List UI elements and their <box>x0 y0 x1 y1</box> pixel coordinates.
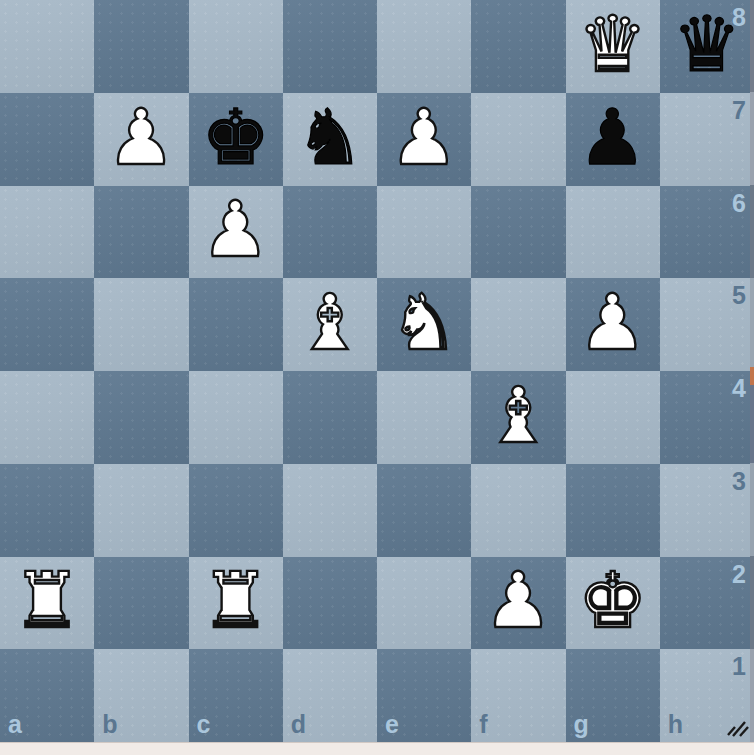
white-bishop[interactable]: ♝ <box>283 278 377 371</box>
square-h2[interactable]: 2 <box>660 557 754 650</box>
rank-label-3: 3 <box>732 469 746 494</box>
square-d1[interactable]: d <box>283 649 377 742</box>
white-pawn[interactable]: ♟ <box>189 186 283 279</box>
square-g1[interactable]: g <box>566 649 660 742</box>
square-g7[interactable]: ♟ <box>566 93 660 186</box>
square-g4[interactable] <box>566 371 660 464</box>
file-label-f: f <box>479 712 487 737</box>
white-queen[interactable]: ♛ <box>566 0 660 93</box>
rank-label-4: 4 <box>732 376 746 401</box>
square-a4[interactable] <box>0 371 94 464</box>
white-bishop[interactable]: ♝ <box>471 371 565 464</box>
page-bottom-strip <box>0 742 754 755</box>
file-label-b: b <box>102 712 117 737</box>
square-f3[interactable] <box>471 464 565 557</box>
square-d3[interactable] <box>283 464 377 557</box>
square-a7[interactable] <box>0 93 94 186</box>
square-e5[interactable]: ♞ <box>377 278 471 371</box>
rank-label-7: 7 <box>732 98 746 123</box>
black-king[interactable]: ♚ <box>189 93 283 186</box>
square-b5[interactable] <box>94 278 188 371</box>
white-rook[interactable]: ♜ <box>189 557 283 650</box>
square-g3[interactable] <box>566 464 660 557</box>
square-c4[interactable] <box>189 371 283 464</box>
square-g6[interactable] <box>566 186 660 279</box>
square-g5[interactable]: ♟ <box>566 278 660 371</box>
square-h8[interactable]: ♛8 <box>660 0 754 93</box>
square-b6[interactable] <box>94 186 188 279</box>
square-b1[interactable]: b <box>94 649 188 742</box>
white-pawn[interactable]: ♟ <box>566 278 660 371</box>
square-c1[interactable]: c <box>189 649 283 742</box>
black-knight[interactable]: ♞ <box>283 93 377 186</box>
square-e1[interactable]: e <box>377 649 471 742</box>
white-pawn[interactable]: ♟ <box>471 557 565 650</box>
white-king[interactable]: ♚ <box>566 557 660 650</box>
square-d7[interactable]: ♞ <box>283 93 377 186</box>
square-e7[interactable]: ♟ <box>377 93 471 186</box>
square-f6[interactable] <box>471 186 565 279</box>
square-h3[interactable]: 3 <box>660 464 754 557</box>
square-c7[interactable]: ♚ <box>189 93 283 186</box>
chess-board: ♛♛8♟♚♞♟♟7♟6♝♞♟5♝43♜♜♟♚2abcdefgh1 <box>0 0 754 742</box>
square-a2[interactable]: ♜ <box>0 557 94 650</box>
square-f2[interactable]: ♟ <box>471 557 565 650</box>
square-c8[interactable] <box>189 0 283 93</box>
square-h6[interactable]: 6 <box>660 186 754 279</box>
square-b7[interactable]: ♟ <box>94 93 188 186</box>
square-a5[interactable] <box>0 278 94 371</box>
file-label-g: g <box>574 712 589 737</box>
square-f7[interactable] <box>471 93 565 186</box>
white-pawn[interactable]: ♟ <box>94 93 188 186</box>
file-label-h: h <box>668 712 683 737</box>
rank-label-1: 1 <box>732 654 746 679</box>
square-e8[interactable] <box>377 0 471 93</box>
rank-label-2: 2 <box>732 562 746 587</box>
rank-label-6: 6 <box>732 191 746 216</box>
square-d8[interactable] <box>283 0 377 93</box>
square-d2[interactable] <box>283 557 377 650</box>
square-e4[interactable] <box>377 371 471 464</box>
square-a3[interactable] <box>0 464 94 557</box>
square-f5[interactable] <box>471 278 565 371</box>
square-h5[interactable]: 5 <box>660 278 754 371</box>
square-c2[interactable]: ♜ <box>189 557 283 650</box>
square-d5[interactable]: ♝ <box>283 278 377 371</box>
square-b4[interactable] <box>94 371 188 464</box>
file-label-c: c <box>197 712 211 737</box>
white-knight[interactable]: ♞ <box>377 278 471 371</box>
square-a1[interactable]: a <box>0 649 94 742</box>
square-c5[interactable] <box>189 278 283 371</box>
square-e2[interactable] <box>377 557 471 650</box>
pencil-hatch-icon[interactable] <box>726 714 750 738</box>
square-h4[interactable]: 4 <box>660 371 754 464</box>
rank-label-5: 5 <box>732 283 746 308</box>
chess-board-area: ♛♛8♟♚♞♟♟7♟6♝♞♟5♝43♜♜♟♚2abcdefgh1 <box>0 0 754 742</box>
file-label-e: e <box>385 712 399 737</box>
square-f8[interactable] <box>471 0 565 93</box>
square-f4[interactable]: ♝ <box>471 371 565 464</box>
file-label-a: a <box>8 712 22 737</box>
square-f1[interactable]: f <box>471 649 565 742</box>
square-c6[interactable]: ♟ <box>189 186 283 279</box>
square-b3[interactable] <box>94 464 188 557</box>
square-a6[interactable] <box>0 186 94 279</box>
square-g8[interactable]: ♛ <box>566 0 660 93</box>
black-queen[interactable]: ♛ <box>660 0 754 93</box>
square-b2[interactable] <box>94 557 188 650</box>
square-e6[interactable] <box>377 186 471 279</box>
square-d4[interactable] <box>283 371 377 464</box>
right-edge-scroll-strip[interactable] <box>750 0 754 742</box>
black-pawn[interactable]: ♟ <box>566 93 660 186</box>
white-rook[interactable]: ♜ <box>0 557 94 650</box>
square-e3[interactable] <box>377 464 471 557</box>
square-h7[interactable]: 7 <box>660 93 754 186</box>
square-c3[interactable] <box>189 464 283 557</box>
square-d6[interactable] <box>283 186 377 279</box>
square-g2[interactable]: ♚ <box>566 557 660 650</box>
square-b8[interactable] <box>94 0 188 93</box>
white-pawn[interactable]: ♟ <box>377 93 471 186</box>
square-a8[interactable] <box>0 0 94 93</box>
file-label-d: d <box>291 712 306 737</box>
